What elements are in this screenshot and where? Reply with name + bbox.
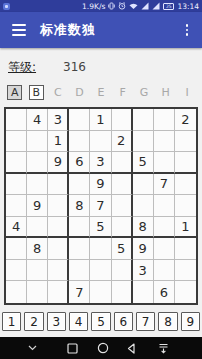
sudoku-cell-r9c6[interactable] — [112, 281, 133, 303]
sudoku-cell-r4c4[interactable] — [69, 174, 90, 196]
signal-icon — [152, 2, 160, 10]
sudoku-cell-r6c7[interactable]: 8 — [133, 217, 154, 239]
sudoku-cell-r5c5[interactable]: 7 — [90, 195, 111, 217]
sudoku-cell-r9c1[interactable] — [6, 281, 27, 303]
tab-c[interactable]: C — [47, 84, 69, 101]
sudoku-cell-r7c6[interactable]: 5 — [112, 238, 133, 260]
network-speed: 1.9K/s — [82, 2, 105, 11]
sudoku-cell-r2c7[interactable] — [133, 131, 154, 153]
numpad-button-6[interactable]: 6 — [114, 312, 133, 331]
sudoku-cell-r8c7[interactable]: 3 — [133, 260, 154, 282]
sudoku-cell-r9c9[interactable] — [175, 281, 196, 303]
back-icon[interactable] — [127, 337, 135, 359]
numpad-button-3[interactable]: 3 — [47, 312, 66, 331]
sudoku-cell-r8c3[interactable] — [48, 260, 69, 282]
sudoku-cell-r7c7[interactable]: 9 — [133, 238, 154, 260]
numpad-button-5[interactable]: 5 — [91, 312, 110, 331]
sudoku-cell-r2c3[interactable]: 1 — [48, 131, 69, 153]
sudoku-cell-r7c4[interactable] — [69, 238, 90, 260]
navigation-bar — [0, 337, 202, 359]
sudoku-cell-r3c5[interactable]: 3 — [90, 152, 111, 174]
sudoku-cell-r5c3[interactable] — [48, 195, 69, 217]
more-vert-icon[interactable] — [184, 22, 191, 38]
sudoku-cell-r3c2[interactable] — [27, 152, 48, 174]
status-time: 13:14 — [177, 2, 199, 11]
sudoku-cell-r2c9[interactable] — [175, 131, 196, 153]
sudoku-board: 4312129635979874581859376 — [4, 107, 198, 305]
sudoku-cell-r8c8[interactable] — [154, 260, 175, 282]
sudoku-cell-r3c6[interactable] — [112, 152, 133, 174]
tab-g[interactable]: G — [133, 84, 155, 101]
level-value: 316 — [63, 60, 86, 74]
battery-icon: 25 — [163, 3, 174, 10]
numpad-button-8[interactable]: 8 — [158, 312, 177, 331]
sudoku-cell-r6c6[interactable] — [112, 217, 133, 239]
sudoku-cell-r5c2[interactable]: 9 — [27, 195, 48, 217]
sudoku-cell-r8c5[interactable] — [90, 260, 111, 282]
sudoku-cell-r7c5[interactable] — [90, 238, 111, 260]
sudoku-cell-r3c1[interactable] — [6, 152, 27, 174]
menu-icon[interactable] — [12, 24, 26, 36]
sudoku-cell-r3c9[interactable] — [175, 152, 196, 174]
tab-i[interactable]: I — [176, 84, 198, 101]
numpad-button-4[interactable]: 4 — [69, 312, 88, 331]
app-title: 标准数独 — [40, 21, 96, 39]
sudoku-cell-r8c6[interactable] — [112, 260, 133, 282]
status-bar: 1.9K/s 25 13:14 — [0, 0, 202, 12]
sudoku-cell-r8c9[interactable] — [175, 260, 196, 282]
sudoku-cell-r5c4[interactable]: 8 — [69, 195, 90, 217]
sudoku-cell-r7c1[interactable] — [6, 238, 27, 260]
sudoku-cell-r4c8[interactable]: 7 — [154, 174, 175, 196]
sudoku-cell-r1c9[interactable]: 2 — [175, 109, 196, 131]
sudoku-cell-r6c3[interactable] — [48, 217, 69, 239]
sudoku-cell-r9c2[interactable] — [27, 281, 48, 303]
sudoku-cell-r2c4[interactable] — [69, 131, 90, 153]
tab-b[interactable]: B — [26, 84, 48, 101]
wifi-icon — [129, 2, 138, 10]
vibrate-icon — [108, 2, 115, 10]
sudoku-cell-r3c4[interactable]: 6 — [69, 152, 90, 174]
sudoku-cell-r1c8[interactable] — [154, 109, 175, 131]
sudoku-cell-r1c4[interactable] — [69, 109, 90, 131]
sudoku-cell-r2c1[interactable] — [6, 131, 27, 153]
tab-a[interactable]: A — [4, 84, 26, 101]
number-pad: 123456789 — [2, 312, 200, 331]
sudoku-cell-r5c1[interactable] — [6, 195, 27, 217]
sudoku-cell-r7c8[interactable] — [154, 238, 175, 260]
puzzle-tab-row: ABCDEFGHI — [4, 84, 198, 101]
sudoku-cell-r2c2[interactable] — [27, 131, 48, 153]
sudoku-cell-r6c4[interactable] — [69, 217, 90, 239]
sudoku-cell-r4c7[interactable] — [133, 174, 154, 196]
sudoku-cell-r3c7[interactable]: 5 — [133, 152, 154, 174]
sudoku-cell-r5c9[interactable] — [175, 195, 196, 217]
sudoku-cell-r9c3[interactable] — [48, 281, 69, 303]
sudoku-cell-r4c2[interactable] — [27, 174, 48, 196]
alarm-icon — [118, 2, 126, 10]
tab-f[interactable]: F — [112, 84, 134, 101]
sudoku-cell-r5c8[interactable] — [154, 195, 175, 217]
sudoku-cell-r3c8[interactable] — [154, 152, 175, 174]
sudoku-cell-r1c3[interactable]: 3 — [48, 109, 69, 131]
tab-e[interactable]: E — [90, 84, 112, 101]
sudoku-cell-r1c1[interactable] — [6, 109, 27, 131]
level-label: 等级: — [8, 59, 36, 76]
signal-icon — [141, 2, 149, 10]
sudoku-cell-r6c9[interactable]: 1 — [175, 217, 196, 239]
sudoku-cell-r1c7[interactable] — [133, 109, 154, 131]
collapse-chevron-icon[interactable] — [28, 337, 37, 359]
sudoku-cell-r8c4[interactable] — [69, 260, 90, 282]
sudoku-cell-r8c1[interactable] — [6, 260, 27, 282]
sudoku-cell-r6c8[interactable] — [154, 217, 175, 239]
sudoku-cell-r7c2[interactable]: 8 — [27, 238, 48, 260]
numpad-button-2[interactable]: 2 — [24, 312, 43, 331]
sudoku-cell-r1c2[interactable]: 4 — [27, 109, 48, 131]
sudoku-cell-r4c3[interactable] — [48, 174, 69, 196]
sudoku-cell-r4c5[interactable]: 9 — [90, 174, 111, 196]
sudoku-cell-r5c7[interactable] — [133, 195, 154, 217]
sudoku-cell-r9c5[interactable] — [90, 281, 111, 303]
recents-icon[interactable] — [67, 337, 78, 359]
tab-h[interactable]: H — [155, 84, 177, 101]
sudoku-cell-r9c8[interactable]: 6 — [154, 281, 175, 303]
numpad-button-7[interactable]: 7 — [136, 312, 155, 331]
sudoku-cell-r1c5[interactable]: 1 — [90, 109, 111, 131]
sudoku-cell-r6c5[interactable]: 5 — [90, 217, 111, 239]
sudoku-cell-r7c3[interactable] — [48, 238, 69, 260]
hide-nav-icon[interactable] — [158, 337, 169, 359]
sudoku-cell-r4c1[interactable] — [6, 174, 27, 196]
sudoku-cell-r2c8[interactable] — [154, 131, 175, 153]
sudoku-cell-r7c9[interactable] — [175, 238, 196, 260]
sudoku-cell-r9c4[interactable]: 7 — [69, 281, 90, 303]
sudoku-cell-r9c7[interactable] — [133, 281, 154, 303]
app-bar: 标准数独 — [0, 12, 202, 48]
sudoku-cell-r2c6[interactable]: 2 — [112, 131, 133, 153]
sudoku-cell-r3c3[interactable]: 9 — [48, 152, 69, 174]
sudoku-cell-r4c6[interactable] — [112, 174, 133, 196]
sudoku-cell-r4c9[interactable] — [175, 174, 196, 196]
sudoku-cell-r2c5[interactable] — [90, 131, 111, 153]
app-notification-icon — [3, 3, 10, 10]
tab-d[interactable]: D — [69, 84, 91, 101]
numpad-button-1[interactable]: 1 — [2, 312, 21, 331]
sudoku-cell-r8c2[interactable] — [27, 260, 48, 282]
sudoku-cell-r5c6[interactable] — [112, 195, 133, 217]
sudoku-cell-r6c1[interactable]: 4 — [6, 217, 27, 239]
home-icon[interactable] — [97, 337, 109, 359]
level-row: 等级: 316 — [8, 59, 202, 74]
sudoku-cell-r1c6[interactable] — [112, 109, 133, 131]
numpad-button-9[interactable]: 9 — [181, 312, 200, 331]
sudoku-cell-r6c2[interactable] — [27, 217, 48, 239]
